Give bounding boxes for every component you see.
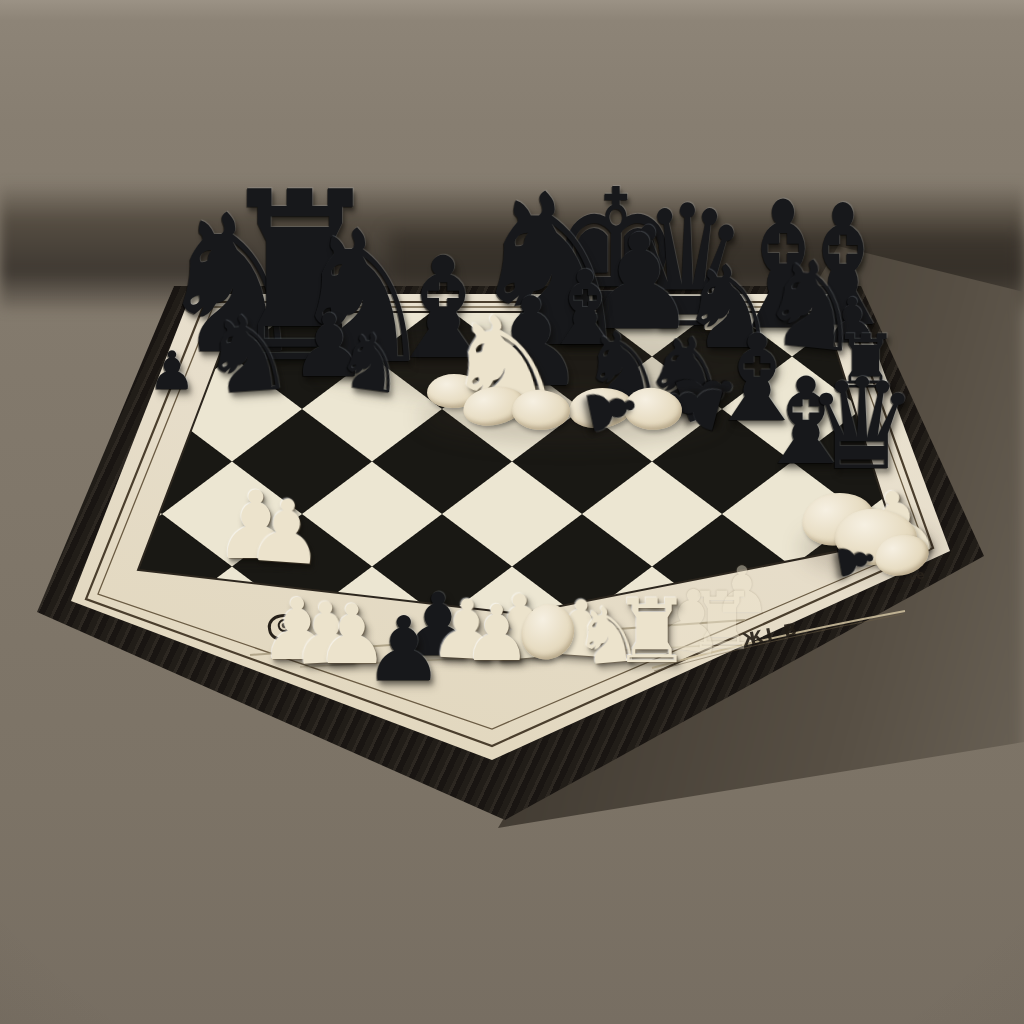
black-knight[interactable]: ♞ (331, 319, 411, 406)
black-pawn[interactable]: ♟ (364, 605, 444, 694)
black-pawn[interactable]: ♟ (148, 344, 196, 397)
black-knight[interactable]: ♞ (196, 300, 297, 411)
black-pawn[interactable]: ♟ (576, 376, 647, 442)
white-rook[interactable]: ♜ (613, 588, 692, 676)
pieces-layer: ♚♝♛♟♝♞♟♞♝♞♞♞♝♜♞♟♟♜♟♞♞♞♞♞♟♝♟♟♝♛♟♟♟♟♟♜♟♟♟♟… (0, 0, 1024, 1024)
black-pawn[interactable]: ♟ (830, 536, 882, 585)
chess-photo-scene: ЖΙ B ce ♚♝♛♟♝♞♟♞♝♞♞♞♝♜♞♟♟♜♟♞♞♞♞♞♟♝♟♟♝♛♟♟… (0, 0, 1024, 1024)
white-pawn[interactable]: ♟ (244, 486, 328, 578)
